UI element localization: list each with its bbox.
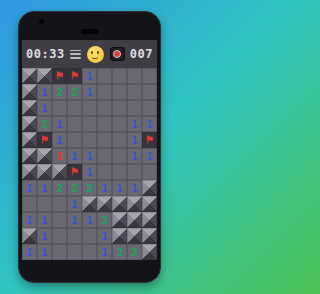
cell-number-2[interactable]: 2 [52,180,67,196]
cell-empty[interactable] [67,132,82,148]
cell-number-1[interactable]: 1 [37,180,52,196]
cell-empty[interactable] [127,84,142,100]
phone-screen: 00:33 007 ⚑⚑1122112111⚑11⚑31111⚑11122211… [22,40,157,260]
cell-number-2[interactable]: 2 [37,116,52,132]
cell-empty[interactable] [112,100,127,116]
hamburger-menu-icon[interactable] [70,50,81,59]
cell-unrevealed[interactable] [127,228,142,244]
cell-number-1[interactable]: 1 [22,212,37,228]
cell-number-1[interactable]: 1 [37,212,52,228]
cell-number-1[interactable]: 1 [37,244,52,260]
cell-unrevealed[interactable] [127,196,142,212]
cell-unrevealed[interactable] [22,164,37,180]
cell-empty[interactable] [112,116,127,132]
cell-number-1[interactable]: 1 [82,148,97,164]
cell-number-1[interactable]: 1 [67,148,82,164]
cell-number-1[interactable]: 1 [97,180,112,196]
cell-empty[interactable] [67,100,82,116]
cell-number-2[interactable]: 2 [67,84,82,100]
cell-empty[interactable] [97,132,112,148]
cell-number-1[interactable]: 1 [127,116,142,132]
cell-empty[interactable] [22,196,37,212]
cell-number-1[interactable]: 1 [52,116,67,132]
cell-empty[interactable] [127,68,142,84]
cell-empty[interactable] [112,164,127,180]
phone-frame: 00:33 007 ⚑⚑1122112111⚑11⚑31111⚑11122211… [18,11,161,283]
cell-number-1[interactable]: 1 [127,132,142,148]
cell-empty[interactable] [67,244,82,260]
cell-number-1[interactable]: 1 [97,228,112,244]
front-camera-dot [39,19,44,24]
cell-empty[interactable] [52,244,67,260]
red-dot-icon [113,50,122,59]
cell-empty[interactable] [112,132,127,148]
cell-unrevealed[interactable] [22,228,37,244]
cell-number-1[interactable]: 1 [142,116,157,132]
cell-unrevealed[interactable] [142,180,157,196]
cell-empty[interactable] [142,68,157,84]
cell-unrevealed[interactable] [22,68,37,84]
flag-icon: ⚑ [70,167,79,177]
cell-number-2[interactable]: 2 [52,84,67,100]
cell-number-2[interactable]: 2 [127,244,142,260]
cell-flag[interactable]: ⚑ [37,132,52,148]
cell-empty[interactable] [37,196,52,212]
cell-number-1[interactable]: 1 [22,244,37,260]
earpiece-speaker [81,29,99,34]
cell-number-2[interactable]: 2 [82,180,97,196]
cell-empty[interactable] [97,100,112,116]
cell-number-1[interactable]: 1 [142,148,157,164]
cell-empty[interactable] [142,84,157,100]
cell-flag[interactable]: ⚑ [67,68,82,84]
cell-number-1[interactable]: 1 [52,132,67,148]
board: ⚑⚑1122112111⚑11⚑31111⚑111222111111112111… [22,68,157,260]
cell-number-1[interactable]: 1 [82,164,97,180]
cell-number-1[interactable]: 1 [97,244,112,260]
cell-empty[interactable] [82,132,97,148]
cell-empty[interactable] [97,116,112,132]
cell-empty[interactable] [52,212,67,228]
cell-number-1[interactable]: 1 [37,84,52,100]
cell-number-2[interactable]: 2 [67,180,82,196]
cell-unrevealed[interactable] [22,116,37,132]
cell-empty[interactable] [97,84,112,100]
cell-unrevealed[interactable] [37,68,52,84]
cell-empty[interactable] [97,164,112,180]
cell-number-1[interactable]: 1 [127,148,142,164]
cell-unrevealed[interactable] [82,196,97,212]
smiley-mouth [91,53,99,59]
cell-number-1[interactable]: 1 [127,180,142,196]
flag-icon: ⚑ [145,135,154,145]
cell-empty[interactable] [112,68,127,84]
cell-number-1[interactable]: 1 [67,196,82,212]
cell-empty[interactable] [127,100,142,116]
cell-unrevealed[interactable] [22,100,37,116]
cell-number-1[interactable]: 1 [22,180,37,196]
cell-empty[interactable] [52,228,67,244]
cell-unrevealed[interactable] [97,196,112,212]
timer-display: 00:33 [26,47,65,61]
cell-unrevealed[interactable] [142,212,157,228]
cell-empty[interactable] [112,84,127,100]
cell-empty[interactable] [52,196,67,212]
cell-unrevealed[interactable] [37,148,52,164]
cell-number-1[interactable]: 1 [67,212,82,228]
cell-number-1[interactable]: 1 [112,180,127,196]
cell-empty[interactable] [67,228,82,244]
flag-icon: ⚑ [55,71,64,81]
cell-unrevealed[interactable] [142,244,157,260]
flag-mode-toggle-button[interactable] [110,47,125,61]
cell-unrevealed[interactable] [142,196,157,212]
flag-icon: ⚑ [70,71,79,81]
cell-unrevealed[interactable] [22,84,37,100]
cell-empty[interactable] [142,164,157,180]
cell-empty[interactable] [82,244,97,260]
cell-number-1[interactable]: 1 [82,84,97,100]
cell-number-1[interactable]: 1 [82,212,97,228]
game-status-bar: 00:33 007 [22,40,157,68]
cell-number-1[interactable]: 1 [82,68,97,84]
cell-unrevealed[interactable] [112,196,127,212]
cell-unrevealed[interactable] [127,212,142,228]
cell-empty[interactable] [97,68,112,84]
smiley-face-button[interactable] [87,46,104,63]
cell-empty[interactable] [127,164,142,180]
cell-unrevealed[interactable] [22,148,37,164]
cell-flag[interactable]: ⚑ [142,132,157,148]
cell-empty[interactable] [82,100,97,116]
cell-unrevealed[interactable] [52,164,67,180]
cell-empty[interactable] [82,228,97,244]
cell-empty[interactable] [82,116,97,132]
cell-number-1[interactable]: 1 [37,100,52,116]
cell-empty[interactable] [97,148,112,164]
cell-number-3[interactable]: 3 [52,148,67,164]
cell-number-2[interactable]: 2 [112,244,127,260]
cell-unrevealed[interactable] [142,228,157,244]
cell-number-1[interactable]: 1 [37,228,52,244]
cell-unrevealed[interactable] [22,132,37,148]
cell-unrevealed[interactable] [37,164,52,180]
cell-empty[interactable] [52,100,67,116]
flag-icon: ⚑ [40,135,49,145]
cell-empty[interactable] [142,100,157,116]
cell-unrevealed[interactable] [112,228,127,244]
cell-empty[interactable] [67,116,82,132]
mine-counter-display: 007 [130,47,153,61]
cell-flag[interactable]: ⚑ [52,68,67,84]
cell-empty[interactable] [112,148,127,164]
cell-flag[interactable]: ⚑ [67,164,82,180]
cell-number-2[interactable]: 2 [97,212,112,228]
cell-unrevealed[interactable] [112,212,127,228]
